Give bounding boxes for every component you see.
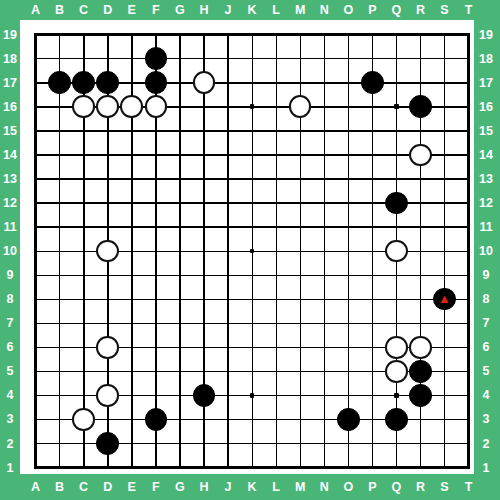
intersection-A14[interactable] — [23, 143, 47, 167]
intersection-A9[interactable] — [23, 263, 47, 287]
intersection-G10[interactable] — [168, 239, 192, 263]
intersection-B5[interactable] — [48, 359, 72, 383]
intersection-K11[interactable] — [240, 215, 264, 239]
intersection-H7[interactable] — [192, 311, 216, 335]
intersection-P5[interactable] — [360, 359, 384, 383]
intersection-C6[interactable] — [72, 335, 96, 359]
intersection-L17[interactable] — [264, 71, 288, 95]
intersection-H3[interactable] — [192, 407, 216, 431]
intersection-P8[interactable] — [360, 287, 384, 311]
intersection-B10[interactable] — [48, 239, 72, 263]
intersection-T4[interactable] — [456, 383, 480, 407]
intersection-C8[interactable] — [72, 287, 96, 311]
intersection-O13[interactable] — [336, 167, 360, 191]
intersection-S1[interactable] — [432, 455, 456, 479]
intersection-J19[interactable] — [216, 22, 240, 46]
intersection-Q7[interactable] — [384, 311, 408, 335]
intersection-J6[interactable] — [216, 335, 240, 359]
intersection-S13[interactable] — [432, 167, 456, 191]
intersection-M5[interactable] — [288, 359, 312, 383]
intersection-K9[interactable] — [240, 263, 264, 287]
intersection-L14[interactable] — [264, 143, 288, 167]
intersection-S19[interactable] — [432, 22, 456, 46]
intersection-E13[interactable] — [120, 167, 144, 191]
intersection-E8[interactable] — [120, 287, 144, 311]
intersection-A6[interactable] — [23, 335, 47, 359]
intersection-G8[interactable] — [168, 287, 192, 311]
intersection-N9[interactable] — [312, 263, 336, 287]
intersection-L15[interactable] — [264, 119, 288, 143]
intersection-P2[interactable] — [360, 431, 384, 455]
intersection-H6[interactable] — [192, 335, 216, 359]
intersection-D9[interactable] — [96, 263, 120, 287]
intersection-A7[interactable] — [23, 311, 47, 335]
intersection-G15[interactable] — [168, 119, 192, 143]
intersection-F8[interactable] — [144, 287, 168, 311]
intersection-N1[interactable] — [312, 455, 336, 479]
intersection-D19[interactable] — [96, 22, 120, 46]
intersection-C12[interactable] — [72, 191, 96, 215]
intersection-K14[interactable] — [240, 143, 264, 167]
intersection-N14[interactable] — [312, 143, 336, 167]
intersection-T7[interactable] — [456, 311, 480, 335]
intersection-N18[interactable] — [312, 47, 336, 71]
intersection-C2[interactable] — [72, 431, 96, 455]
intersection-E3[interactable] — [120, 407, 144, 431]
intersection-Q8[interactable] — [384, 287, 408, 311]
intersection-J5[interactable] — [216, 359, 240, 383]
intersection-J12[interactable] — [216, 191, 240, 215]
intersection-T9[interactable] — [456, 263, 480, 287]
intersection-M14[interactable] — [288, 143, 312, 167]
intersection-M17[interactable] — [288, 71, 312, 95]
intersection-L10[interactable] — [264, 239, 288, 263]
intersection-F13[interactable] — [144, 167, 168, 191]
intersection-N17[interactable] — [312, 71, 336, 95]
intersection-H13[interactable] — [192, 167, 216, 191]
intersection-J15[interactable] — [216, 119, 240, 143]
intersection-D11[interactable] — [96, 215, 120, 239]
intersection-K19[interactable] — [240, 22, 264, 46]
intersection-H18[interactable] — [192, 47, 216, 71]
intersection-N12[interactable] — [312, 191, 336, 215]
intersection-C9[interactable] — [72, 263, 96, 287]
intersection-A12[interactable] — [23, 191, 47, 215]
intersection-O8[interactable] — [336, 287, 360, 311]
intersection-A16[interactable] — [23, 95, 47, 119]
intersection-M1[interactable] — [288, 455, 312, 479]
intersection-E9[interactable] — [120, 263, 144, 287]
intersection-O19[interactable] — [336, 22, 360, 46]
intersection-H11[interactable] — [192, 215, 216, 239]
intersection-O10[interactable] — [336, 239, 360, 263]
intersection-M15[interactable] — [288, 119, 312, 143]
intersection-N8[interactable] — [312, 287, 336, 311]
intersection-F14[interactable] — [144, 143, 168, 167]
intersection-P10[interactable] — [360, 239, 384, 263]
intersection-O4[interactable] — [336, 383, 360, 407]
intersection-N6[interactable] — [312, 335, 336, 359]
intersection-O9[interactable] — [336, 263, 360, 287]
intersection-T16[interactable] — [456, 95, 480, 119]
intersection-E1[interactable] — [120, 455, 144, 479]
intersection-R12[interactable] — [408, 191, 432, 215]
intersection-N7[interactable] — [312, 311, 336, 335]
intersection-N19[interactable] — [312, 22, 336, 46]
intersection-D15[interactable] — [96, 119, 120, 143]
intersection-E7[interactable] — [120, 311, 144, 335]
intersection-L2[interactable] — [264, 431, 288, 455]
intersection-F1[interactable] — [144, 455, 168, 479]
intersection-Q17[interactable] — [384, 71, 408, 95]
intersection-J10[interactable] — [216, 239, 240, 263]
intersection-E14[interactable] — [120, 143, 144, 167]
intersection-A1[interactable] — [23, 455, 47, 479]
intersection-J7[interactable] — [216, 311, 240, 335]
intersection-M7[interactable] — [288, 311, 312, 335]
intersection-D18[interactable] — [96, 47, 120, 71]
intersection-M6[interactable] — [288, 335, 312, 359]
intersection-J11[interactable] — [216, 215, 240, 239]
intersection-G1[interactable] — [168, 455, 192, 479]
intersection-B18[interactable] — [48, 47, 72, 71]
intersection-A10[interactable] — [23, 239, 47, 263]
intersection-H5[interactable] — [192, 359, 216, 383]
intersection-D12[interactable] — [96, 191, 120, 215]
intersection-K3[interactable] — [240, 407, 264, 431]
intersection-D5[interactable] — [96, 359, 120, 383]
intersection-P19[interactable] — [360, 22, 384, 46]
intersection-C15[interactable] — [72, 119, 96, 143]
intersection-Q18[interactable] — [384, 47, 408, 71]
intersection-D13[interactable] — [96, 167, 120, 191]
intersection-S4[interactable] — [432, 383, 456, 407]
intersection-P9[interactable] — [360, 263, 384, 287]
intersection-K6[interactable] — [240, 335, 264, 359]
intersection-L7[interactable] — [264, 311, 288, 335]
intersection-M8[interactable] — [288, 287, 312, 311]
intersection-F12[interactable] — [144, 191, 168, 215]
intersection-F4[interactable] — [144, 383, 168, 407]
intersection-L5[interactable] — [264, 359, 288, 383]
intersection-P14[interactable] — [360, 143, 384, 167]
intersection-C10[interactable] — [72, 239, 96, 263]
intersection-B8[interactable] — [48, 287, 72, 311]
intersection-K17[interactable] — [240, 71, 264, 95]
intersection-B12[interactable] — [48, 191, 72, 215]
intersection-R19[interactable] — [408, 22, 432, 46]
intersection-L3[interactable] — [264, 407, 288, 431]
intersection-E19[interactable] — [120, 22, 144, 46]
intersection-M13[interactable] — [288, 167, 312, 191]
intersection-F7[interactable] — [144, 311, 168, 335]
intersection-S10[interactable] — [432, 239, 456, 263]
intersection-R13[interactable] — [408, 167, 432, 191]
intersection-F2[interactable] — [144, 431, 168, 455]
intersection-H12[interactable] — [192, 191, 216, 215]
intersection-A19[interactable] — [23, 22, 47, 46]
intersection-D14[interactable] — [96, 143, 120, 167]
intersection-K1[interactable] — [240, 455, 264, 479]
intersection-P3[interactable] — [360, 407, 384, 431]
intersection-O7[interactable] — [336, 311, 360, 335]
intersection-S3[interactable] — [432, 407, 456, 431]
intersection-S12[interactable] — [432, 191, 456, 215]
intersection-O14[interactable] — [336, 143, 360, 167]
intersection-G16[interactable] — [168, 95, 192, 119]
intersection-C19[interactable] — [72, 22, 96, 46]
intersection-R2[interactable] — [408, 431, 432, 455]
intersection-K5[interactable] — [240, 359, 264, 383]
intersection-N10[interactable] — [312, 239, 336, 263]
intersection-T1[interactable] — [456, 455, 480, 479]
intersection-L13[interactable] — [264, 167, 288, 191]
intersection-J16[interactable] — [216, 95, 240, 119]
intersection-F19[interactable] — [144, 22, 168, 46]
intersection-M11[interactable] — [288, 215, 312, 239]
intersection-J14[interactable] — [216, 143, 240, 167]
intersection-G11[interactable] — [168, 215, 192, 239]
intersection-M4[interactable] — [288, 383, 312, 407]
intersection-R15[interactable] — [408, 119, 432, 143]
intersection-S9[interactable] — [432, 263, 456, 287]
intersection-M12[interactable] — [288, 191, 312, 215]
intersection-R8[interactable] — [408, 287, 432, 311]
intersection-R1[interactable] — [408, 455, 432, 479]
intersection-J8[interactable] — [216, 287, 240, 311]
intersection-P11[interactable] — [360, 215, 384, 239]
intersection-J9[interactable] — [216, 263, 240, 287]
intersection-H10[interactable] — [192, 239, 216, 263]
intersection-M19[interactable] — [288, 22, 312, 46]
intersection-A13[interactable] — [23, 167, 47, 191]
intersection-H14[interactable] — [192, 143, 216, 167]
intersection-J4[interactable] — [216, 383, 240, 407]
intersection-P7[interactable] — [360, 311, 384, 335]
intersection-E4[interactable] — [120, 383, 144, 407]
intersection-R10[interactable] — [408, 239, 432, 263]
intersection-D1[interactable] — [96, 455, 120, 479]
intersection-G13[interactable] — [168, 167, 192, 191]
intersection-S11[interactable] — [432, 215, 456, 239]
intersection-S7[interactable] — [432, 311, 456, 335]
intersection-O5[interactable] — [336, 359, 360, 383]
intersection-M2[interactable] — [288, 431, 312, 455]
intersection-R17[interactable] — [408, 71, 432, 95]
intersection-B6[interactable] — [48, 335, 72, 359]
intersection-C1[interactable] — [72, 455, 96, 479]
intersection-Q1[interactable] — [384, 455, 408, 479]
intersection-T6[interactable] — [456, 335, 480, 359]
intersection-S2[interactable] — [432, 431, 456, 455]
intersection-F10[interactable] — [144, 239, 168, 263]
intersection-E5[interactable] — [120, 359, 144, 383]
intersection-M18[interactable] — [288, 47, 312, 71]
intersection-L6[interactable] — [264, 335, 288, 359]
intersection-S17[interactable] — [432, 71, 456, 95]
intersection-C5[interactable] — [72, 359, 96, 383]
intersection-T13[interactable] — [456, 167, 480, 191]
intersection-L4[interactable] — [264, 383, 288, 407]
intersection-D7[interactable] — [96, 311, 120, 335]
intersection-H9[interactable] — [192, 263, 216, 287]
intersection-L16[interactable] — [264, 95, 288, 119]
intersection-K2[interactable] — [240, 431, 264, 455]
intersection-T3[interactable] — [456, 407, 480, 431]
intersection-C7[interactable] — [72, 311, 96, 335]
intersection-O17[interactable] — [336, 71, 360, 95]
intersection-P13[interactable] — [360, 167, 384, 191]
intersection-J18[interactable] — [216, 47, 240, 71]
intersection-S5[interactable] — [432, 359, 456, 383]
intersection-B16[interactable] — [48, 95, 72, 119]
intersection-G7[interactable] — [168, 311, 192, 335]
intersection-B9[interactable] — [48, 263, 72, 287]
intersection-D8[interactable] — [96, 287, 120, 311]
intersection-H1[interactable] — [192, 455, 216, 479]
intersection-L19[interactable] — [264, 22, 288, 46]
intersection-K15[interactable] — [240, 119, 264, 143]
intersection-F9[interactable] — [144, 263, 168, 287]
intersection-G3[interactable] — [168, 407, 192, 431]
intersection-A8[interactable] — [23, 287, 47, 311]
intersection-E2[interactable] — [120, 431, 144, 455]
intersection-S14[interactable] — [432, 143, 456, 167]
intersection-N16[interactable] — [312, 95, 336, 119]
intersection-O6[interactable] — [336, 335, 360, 359]
intersection-B2[interactable] — [48, 431, 72, 455]
intersection-T17[interactable] — [456, 71, 480, 95]
intersection-Q14[interactable] — [384, 143, 408, 167]
intersection-H8[interactable] — [192, 287, 216, 311]
intersection-B13[interactable] — [48, 167, 72, 191]
intersection-Q11[interactable] — [384, 215, 408, 239]
intersection-L1[interactable] — [264, 455, 288, 479]
intersection-A4[interactable] — [23, 383, 47, 407]
intersection-G17[interactable] — [168, 71, 192, 95]
intersection-J3[interactable] — [216, 407, 240, 431]
intersection-E18[interactable] — [120, 47, 144, 71]
intersection-H16[interactable] — [192, 95, 216, 119]
intersection-F6[interactable] — [144, 335, 168, 359]
intersection-G9[interactable] — [168, 263, 192, 287]
intersection-N3[interactable] — [312, 407, 336, 431]
intersection-D3[interactable] — [96, 407, 120, 431]
intersection-R11[interactable] — [408, 215, 432, 239]
intersection-C13[interactable] — [72, 167, 96, 191]
intersection-T14[interactable] — [456, 143, 480, 167]
intersection-K13[interactable] — [240, 167, 264, 191]
intersection-T19[interactable] — [456, 22, 480, 46]
intersection-H19[interactable] — [192, 22, 216, 46]
intersection-P15[interactable] — [360, 119, 384, 143]
intersection-H15[interactable] — [192, 119, 216, 143]
intersection-N15[interactable] — [312, 119, 336, 143]
intersection-H2[interactable] — [192, 431, 216, 455]
intersection-B1[interactable] — [48, 455, 72, 479]
intersection-K8[interactable] — [240, 287, 264, 311]
intersection-A17[interactable] — [23, 71, 47, 95]
intersection-N2[interactable] — [312, 431, 336, 455]
intersection-L9[interactable] — [264, 263, 288, 287]
intersection-N11[interactable] — [312, 215, 336, 239]
intersection-E10[interactable] — [120, 239, 144, 263]
intersection-Q9[interactable] — [384, 263, 408, 287]
intersection-M3[interactable] — [288, 407, 312, 431]
intersection-C14[interactable] — [72, 143, 96, 167]
intersection-G6[interactable] — [168, 335, 192, 359]
intersection-J17[interactable] — [216, 71, 240, 95]
intersection-B14[interactable] — [48, 143, 72, 167]
intersection-G19[interactable] — [168, 22, 192, 46]
intersection-A15[interactable] — [23, 119, 47, 143]
intersection-O15[interactable] — [336, 119, 360, 143]
intersection-R7[interactable] — [408, 311, 432, 335]
intersection-Q15[interactable] — [384, 119, 408, 143]
intersection-P16[interactable] — [360, 95, 384, 119]
intersection-T11[interactable] — [456, 215, 480, 239]
intersection-A11[interactable] — [23, 215, 47, 239]
intersection-K18[interactable] — [240, 47, 264, 71]
intersection-L8[interactable] — [264, 287, 288, 311]
intersection-M10[interactable] — [288, 239, 312, 263]
intersection-A2[interactable] — [23, 431, 47, 455]
intersection-E17[interactable] — [120, 71, 144, 95]
intersection-E12[interactable] — [120, 191, 144, 215]
intersection-S15[interactable] — [432, 119, 456, 143]
intersection-R3[interactable] — [408, 407, 432, 431]
intersection-J2[interactable] — [216, 431, 240, 455]
intersection-N4[interactable] — [312, 383, 336, 407]
intersection-K7[interactable] — [240, 311, 264, 335]
intersection-N5[interactable] — [312, 359, 336, 383]
intersection-R9[interactable] — [408, 263, 432, 287]
intersection-P18[interactable] — [360, 47, 384, 71]
intersection-T12[interactable] — [456, 191, 480, 215]
intersection-C11[interactable] — [72, 215, 96, 239]
intersection-S6[interactable] — [432, 335, 456, 359]
intersection-A3[interactable] — [23, 407, 47, 431]
intersection-O1[interactable] — [336, 455, 360, 479]
intersection-M9[interactable] — [288, 263, 312, 287]
intersection-B19[interactable] — [48, 22, 72, 46]
intersection-O16[interactable] — [336, 95, 360, 119]
intersection-O11[interactable] — [336, 215, 360, 239]
intersection-L12[interactable] — [264, 191, 288, 215]
intersection-T5[interactable] — [456, 359, 480, 383]
intersection-P6[interactable] — [360, 335, 384, 359]
intersection-G18[interactable] — [168, 47, 192, 71]
intersection-G12[interactable] — [168, 191, 192, 215]
intersection-A18[interactable] — [23, 47, 47, 71]
intersection-F5[interactable] — [144, 359, 168, 383]
intersection-T15[interactable] — [456, 119, 480, 143]
intersection-N13[interactable] — [312, 167, 336, 191]
intersection-L11[interactable] — [264, 215, 288, 239]
intersection-E11[interactable] — [120, 215, 144, 239]
intersection-E15[interactable] — [120, 119, 144, 143]
intersection-A5[interactable] — [23, 359, 47, 383]
intersection-B3[interactable] — [48, 407, 72, 431]
intersection-S16[interactable] — [432, 95, 456, 119]
intersection-B11[interactable] — [48, 215, 72, 239]
intersection-J1[interactable] — [216, 455, 240, 479]
intersection-P4[interactable] — [360, 383, 384, 407]
intersection-T8[interactable] — [456, 287, 480, 311]
intersection-Q19[interactable] — [384, 22, 408, 46]
intersection-B7[interactable] — [48, 311, 72, 335]
intersection-G2[interactable] — [168, 431, 192, 455]
